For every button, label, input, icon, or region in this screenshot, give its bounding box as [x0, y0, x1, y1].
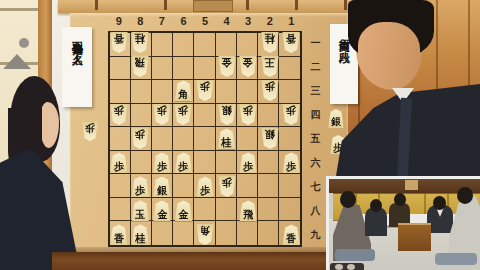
piece-kanji: 歩: [286, 104, 296, 116]
rank-label-6: 六: [309, 156, 322, 170]
board-cell: [194, 57, 215, 81]
board-cell: [152, 80, 173, 104]
piece-kanji: 銀: [331, 117, 341, 129]
board-cell: [194, 33, 215, 57]
file-label-1: 1: [284, 15, 298, 27]
inset-beam-tag: [405, 180, 418, 190]
board-cell: [216, 151, 237, 175]
shoji-decor-circle: [19, 38, 29, 48]
board-cell: [194, 151, 215, 175]
file-label-9: 9: [112, 15, 126, 27]
piece-kanji: 香: [286, 32, 296, 44]
board-cell: [194, 198, 215, 222]
name-card-left: 羽生善治 名人: [62, 27, 92, 107]
piece-kanji: 歩: [200, 80, 210, 92]
board-cell: [110, 57, 131, 81]
board-cell: [173, 57, 194, 81]
board-cell: [279, 198, 300, 222]
game-room-inset: [326, 176, 480, 270]
rank-label-4: 四: [309, 108, 322, 122]
piece-kanji: 金: [222, 56, 232, 68]
piece-kanji: 銀: [222, 104, 232, 116]
rank-label-3: 三: [309, 84, 322, 98]
board-cell: [173, 127, 194, 151]
board-cell: [110, 127, 131, 151]
piece-kanji: 歩: [243, 161, 253, 173]
beam-peg: [246, 0, 249, 10]
piece-kanji: 香: [114, 32, 124, 44]
board-cell: [237, 221, 258, 245]
piece-kanji: 歩: [157, 104, 167, 116]
piece-kanji: 桂: [222, 137, 232, 149]
rank-label-2: 二: [309, 60, 322, 74]
piece-kanji: 歩: [114, 104, 124, 116]
board-cell: [237, 33, 258, 57]
piece-kanji: 歩: [200, 185, 210, 197]
board-cell: [258, 104, 279, 128]
board-cell: [216, 33, 237, 57]
board-base-ledge: [52, 252, 330, 270]
rank-label-8: 八: [309, 204, 322, 218]
board-cell: [216, 80, 237, 104]
board-cell: [173, 33, 194, 57]
board-cell: [110, 80, 131, 104]
rank-label-7: 七: [309, 180, 322, 194]
piece-kanji: 歩: [243, 104, 253, 116]
piece-kanji: 歩: [114, 161, 124, 173]
player-title-left: 名人: [70, 45, 85, 47]
tea-bowl: [335, 264, 343, 270]
board-cell: [237, 80, 258, 104]
board-cell: [152, 57, 173, 81]
file-label-6: 6: [176, 15, 190, 27]
board-cell: [131, 151, 152, 175]
board-cell: [237, 174, 258, 198]
piece-kanji: 歩: [135, 185, 145, 197]
board-cell: [279, 174, 300, 198]
piece-kanji: 角: [200, 224, 210, 236]
piece-kanji: 玉: [135, 209, 145, 221]
board-cell: [279, 57, 300, 81]
observer-suit-head: [370, 199, 382, 212]
piece-kanji: 歩: [222, 176, 232, 188]
piece-kanji: 歩: [178, 161, 188, 173]
board-cell: [152, 33, 173, 57]
board-cell: [152, 221, 173, 245]
rank-label-9: 九: [309, 228, 322, 242]
piece-kanji: 香: [114, 233, 124, 245]
board-cell: [258, 221, 279, 245]
file-label-8: 8: [133, 15, 147, 27]
board-cell: [152, 127, 173, 151]
board-cell: [194, 104, 215, 128]
board-cell: [258, 151, 279, 175]
board-cell: [173, 221, 194, 245]
player-name-left: 羽生善治: [70, 32, 85, 36]
tea-bowl: [347, 264, 355, 270]
beam-peg: [295, 0, 298, 10]
board-cell: [131, 80, 152, 104]
beam-peg: [95, 0, 98, 10]
board-cell: [237, 127, 258, 151]
board-cell: [279, 127, 300, 151]
beam-peg: [164, 0, 167, 10]
board-cell: [258, 198, 279, 222]
floor-cushion: [435, 253, 477, 265]
board-cell: [279, 80, 300, 104]
piece-kanji: 金: [157, 209, 167, 221]
file-label-5: 5: [198, 15, 212, 27]
observer-suit-body: [365, 208, 387, 236]
broadcast-frame: 987654321一二三四五六七八九 香桂桂香飛金金王角歩歩歩歩歩銀歩歩歩桂銀歩…: [0, 0, 480, 270]
piece-kanji: 銀: [157, 185, 167, 197]
piece-kanji: 飛: [243, 209, 253, 221]
board-cell: [258, 174, 279, 198]
piece-kanji: 金: [243, 56, 253, 68]
piece-kanji: 桂: [135, 32, 145, 44]
board-cell: [194, 127, 215, 151]
file-label-7: 7: [155, 15, 169, 27]
rank-label-1: 一: [309, 36, 322, 50]
piece-kanji: 歩: [157, 161, 167, 173]
board-cell: [216, 198, 237, 222]
shoji-decor-triangle: [3, 54, 31, 69]
file-label-4: 4: [220, 15, 234, 27]
piece-kanji: 金: [178, 209, 188, 221]
player-left-head: [340, 191, 356, 208]
beam-peg: [344, 0, 347, 10]
piece-kanji: 歩: [135, 128, 145, 140]
piece-kanji: 角: [178, 89, 188, 101]
observer-kimono-head: [394, 193, 406, 206]
piece-kanji: 王: [265, 56, 275, 68]
board-cell: [110, 198, 131, 222]
board-cell: [216, 221, 237, 245]
floor-cushion: [335, 249, 375, 261]
beam-center-panel: [193, 0, 233, 12]
piece-kanji: 飛: [135, 56, 145, 68]
piece-kanji: 銀: [265, 128, 275, 140]
rank-label-5: 五: [309, 132, 322, 146]
piece-kanji: 香: [286, 233, 296, 245]
piece-kanji: 歩: [265, 80, 275, 92]
board-cell: [131, 104, 152, 128]
piece-kanji: 歩: [178, 104, 188, 116]
piece-kanji: 桂: [265, 32, 275, 44]
piece-kanji: 桂: [135, 233, 145, 245]
file-label-3: 3: [241, 15, 255, 27]
file-label-2: 2: [263, 15, 277, 27]
board-cell: [173, 174, 194, 198]
inset-shogi-board-table: [398, 223, 431, 251]
board-cell: [110, 174, 131, 198]
observer-woman-head: [433, 196, 446, 210]
player-right-head: [457, 187, 473, 204]
piece-kanji: 歩: [85, 122, 95, 134]
piece-kanji: 歩: [286, 161, 296, 173]
